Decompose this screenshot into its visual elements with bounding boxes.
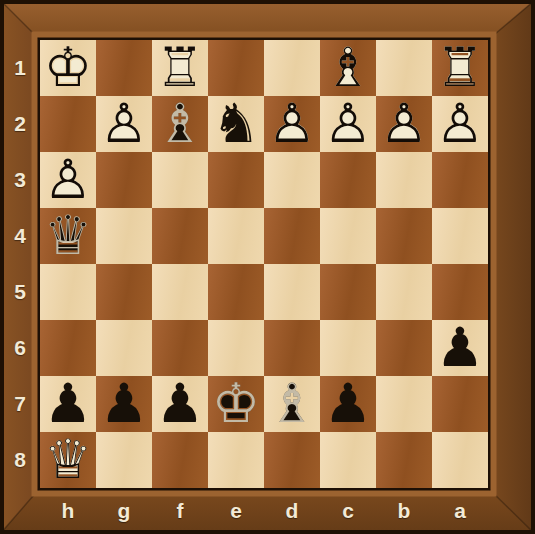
square-a2[interactable]: ♟♙	[432, 96, 488, 152]
square-b6[interactable]	[376, 320, 432, 376]
black-pawn[interactable]: ♟	[432, 320, 488, 376]
square-h7[interactable]: ♟	[40, 376, 96, 432]
black-knight[interactable]: ♞	[208, 96, 264, 152]
chess-board: ♚♔♜♖♝♗♜♖♟♙♝♗♞♟♙♟♙♟♙♟♙♟♙♛♕♟♟♟♟♚♔♝♗♟♛♕	[40, 40, 488, 488]
square-c8[interactable]	[320, 432, 376, 488]
rank-label-8: 8	[0, 432, 40, 488]
square-d2[interactable]: ♟♙	[264, 96, 320, 152]
square-d3[interactable]	[264, 152, 320, 208]
square-c2[interactable]: ♟♙	[320, 96, 376, 152]
white-pawn[interactable]: ♟♙	[264, 96, 320, 152]
square-a4[interactable]	[432, 208, 488, 264]
white-pawn[interactable]: ♟♙	[376, 96, 432, 152]
square-g1[interactable]	[96, 40, 152, 96]
square-g8[interactable]	[96, 432, 152, 488]
square-g5[interactable]	[96, 264, 152, 320]
square-g3[interactable]	[96, 152, 152, 208]
square-f7[interactable]: ♟	[152, 376, 208, 432]
square-f2[interactable]: ♝♗	[152, 96, 208, 152]
square-g4[interactable]	[96, 208, 152, 264]
square-e2[interactable]: ♞	[208, 96, 264, 152]
black-pawn[interactable]: ♟	[40, 376, 96, 432]
white-pawn[interactable]: ♟♙	[432, 96, 488, 152]
file-label-a: a	[432, 488, 488, 534]
square-e5[interactable]	[208, 264, 264, 320]
chess-board-window: ♚♔♜♖♝♗♜♖♟♙♝♗♞♟♙♟♙♟♙♟♙♟♙♛♕♟♟♟♟♚♔♝♗♟♛♕ 123…	[0, 0, 535, 534]
square-b2[interactable]: ♟♙	[376, 96, 432, 152]
file-label-g: g	[96, 488, 152, 534]
black-bishop[interactable]: ♝♗	[152, 96, 208, 152]
rank-label-2: 2	[0, 96, 40, 152]
black-king[interactable]: ♚♔	[208, 376, 264, 432]
file-label-f: f	[152, 488, 208, 534]
white-king[interactable]: ♚♔	[40, 40, 96, 96]
square-b5[interactable]	[376, 264, 432, 320]
file-labels: hgfedcba	[40, 488, 488, 534]
square-b1[interactable]	[376, 40, 432, 96]
file-label-e: e	[208, 488, 264, 534]
square-c3[interactable]	[320, 152, 376, 208]
square-a6[interactable]: ♟	[432, 320, 488, 376]
square-e1[interactable]	[208, 40, 264, 96]
white-pawn[interactable]: ♟♙	[320, 96, 376, 152]
square-b7[interactable]	[376, 376, 432, 432]
square-f1[interactable]: ♜♖	[152, 40, 208, 96]
square-h2[interactable]	[40, 96, 96, 152]
black-pawn[interactable]: ♟	[96, 376, 152, 432]
rank-label-3: 3	[0, 152, 40, 208]
square-h1[interactable]: ♚♔	[40, 40, 96, 96]
square-e3[interactable]	[208, 152, 264, 208]
square-h4[interactable]: ♛♕	[40, 208, 96, 264]
square-f6[interactable]	[152, 320, 208, 376]
square-d1[interactable]	[264, 40, 320, 96]
square-f4[interactable]	[152, 208, 208, 264]
rank-label-6: 6	[0, 320, 40, 376]
square-e6[interactable]	[208, 320, 264, 376]
white-rook[interactable]: ♜♖	[152, 40, 208, 96]
square-g6[interactable]	[96, 320, 152, 376]
square-g2[interactable]: ♟♙	[96, 96, 152, 152]
square-e4[interactable]	[208, 208, 264, 264]
white-pawn[interactable]: ♟♙	[40, 152, 96, 208]
white-queen[interactable]: ♛♕	[40, 432, 96, 488]
square-c1[interactable]: ♝♗	[320, 40, 376, 96]
square-h8[interactable]: ♛♕	[40, 432, 96, 488]
square-h3[interactable]: ♟♙	[40, 152, 96, 208]
file-label-h: h	[40, 488, 96, 534]
square-a7[interactable]	[432, 376, 488, 432]
file-label-c: c	[320, 488, 376, 534]
black-queen[interactable]: ♛♕	[40, 208, 96, 264]
square-c6[interactable]	[320, 320, 376, 376]
file-label-d: d	[264, 488, 320, 534]
black-bishop[interactable]: ♝♗	[264, 376, 320, 432]
square-d5[interactable]	[264, 264, 320, 320]
black-pawn[interactable]: ♟	[320, 376, 376, 432]
rank-label-1: 1	[0, 40, 40, 96]
square-f3[interactable]	[152, 152, 208, 208]
square-c7[interactable]: ♟	[320, 376, 376, 432]
square-a1[interactable]: ♜♖	[432, 40, 488, 96]
square-g7[interactable]: ♟	[96, 376, 152, 432]
square-f5[interactable]	[152, 264, 208, 320]
rank-label-7: 7	[0, 376, 40, 432]
square-d4[interactable]	[264, 208, 320, 264]
white-rook[interactable]: ♜♖	[432, 40, 488, 96]
square-d6[interactable]	[264, 320, 320, 376]
square-a3[interactable]	[432, 152, 488, 208]
square-c5[interactable]	[320, 264, 376, 320]
square-h6[interactable]	[40, 320, 96, 376]
rank-label-5: 5	[0, 264, 40, 320]
square-e8[interactable]	[208, 432, 264, 488]
file-label-b: b	[376, 488, 432, 534]
square-d7[interactable]: ♝♗	[264, 376, 320, 432]
white-pawn[interactable]: ♟♙	[96, 96, 152, 152]
square-b8[interactable]	[376, 432, 432, 488]
square-e7[interactable]: ♚♔	[208, 376, 264, 432]
white-bishop[interactable]: ♝♗	[320, 40, 376, 96]
square-a8[interactable]	[432, 432, 488, 488]
square-c4[interactable]	[320, 208, 376, 264]
black-pawn[interactable]: ♟	[152, 376, 208, 432]
square-b3[interactable]	[376, 152, 432, 208]
square-f8[interactable]	[152, 432, 208, 488]
rank-label-4: 4	[0, 208, 40, 264]
square-d8[interactable]	[264, 432, 320, 488]
square-h5[interactable]	[40, 264, 96, 320]
square-b4[interactable]	[376, 208, 432, 264]
square-a5[interactable]	[432, 264, 488, 320]
rank-labels: 12345678	[0, 40, 40, 488]
